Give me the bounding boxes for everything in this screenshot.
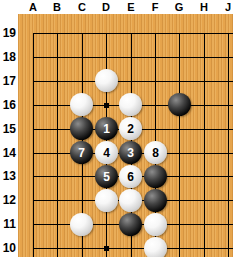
grid-line-row-18 bbox=[33, 57, 233, 58]
column-label-G: G bbox=[169, 1, 189, 14]
grid-line-row-19 bbox=[33, 33, 233, 34]
column-label-C: C bbox=[72, 1, 92, 14]
go-stone-black-G16 bbox=[168, 93, 191, 116]
star-point-D16 bbox=[104, 103, 109, 108]
column-label-D: D bbox=[96, 1, 116, 14]
go-stone-black-E14: 3 bbox=[119, 141, 142, 164]
go-stone-black-D13: 5 bbox=[95, 165, 118, 188]
go-stone-black-C15 bbox=[70, 117, 93, 140]
grid-line-row-10 bbox=[33, 248, 233, 249]
row-label-16: 16 bbox=[0, 98, 16, 112]
go-board-diagram: ABCDEFGHJ1918171615141312111012743856 bbox=[0, 0, 233, 257]
go-stone-black-F13 bbox=[144, 165, 167, 188]
go-stone-white-E15: 2 bbox=[119, 117, 142, 140]
move-number-label: 8 bbox=[152, 147, 159, 159]
go-stone-white-D14: 4 bbox=[95, 141, 118, 164]
row-label-14: 14 bbox=[0, 146, 16, 160]
go-stone-white-F14: 8 bbox=[144, 141, 167, 164]
go-stone-white-E13: 6 bbox=[119, 165, 142, 188]
move-number-label: 5 bbox=[103, 171, 110, 183]
move-number-label: 3 bbox=[127, 147, 134, 159]
go-stone-black-C14: 7 bbox=[70, 141, 93, 164]
go-stone-white-F10 bbox=[144, 237, 167, 257]
go-stone-white-E12 bbox=[119, 189, 142, 212]
row-label-12: 12 bbox=[0, 193, 16, 207]
row-label-13: 13 bbox=[0, 169, 16, 183]
move-number-label: 2 bbox=[127, 123, 134, 135]
row-label-10: 10 bbox=[0, 241, 16, 255]
go-stone-black-D15: 1 bbox=[95, 117, 118, 140]
row-label-18: 18 bbox=[0, 50, 16, 64]
go-stone-black-F12 bbox=[144, 189, 167, 212]
go-stone-white-D17 bbox=[95, 69, 118, 92]
star-point-D10 bbox=[104, 246, 109, 251]
move-number-label: 7 bbox=[78, 147, 85, 159]
go-stone-white-F11 bbox=[144, 213, 167, 236]
grid-line-row-17 bbox=[33, 81, 233, 82]
column-label-F: F bbox=[145, 1, 165, 14]
column-label-A: A bbox=[23, 1, 43, 14]
column-label-H: H bbox=[194, 1, 214, 14]
go-stone-black-E11 bbox=[119, 213, 142, 236]
move-number-label: 1 bbox=[103, 123, 110, 135]
go-stone-white-C16 bbox=[70, 93, 93, 116]
move-number-label: 6 bbox=[127, 171, 134, 183]
column-label-J: J bbox=[218, 1, 233, 14]
row-label-11: 11 bbox=[0, 217, 16, 231]
column-label-B: B bbox=[47, 1, 67, 14]
row-label-19: 19 bbox=[0, 26, 16, 40]
row-label-15: 15 bbox=[0, 122, 16, 136]
row-label-17: 17 bbox=[0, 74, 16, 88]
move-number-label: 4 bbox=[103, 147, 110, 159]
column-label-E: E bbox=[121, 1, 141, 14]
go-stone-white-E16 bbox=[119, 93, 142, 116]
go-stone-white-C11 bbox=[70, 213, 93, 236]
go-stone-white-D12 bbox=[95, 189, 118, 212]
board-layer: ABCDEFGHJ1918171615141312111012743856 bbox=[0, 0, 233, 257]
